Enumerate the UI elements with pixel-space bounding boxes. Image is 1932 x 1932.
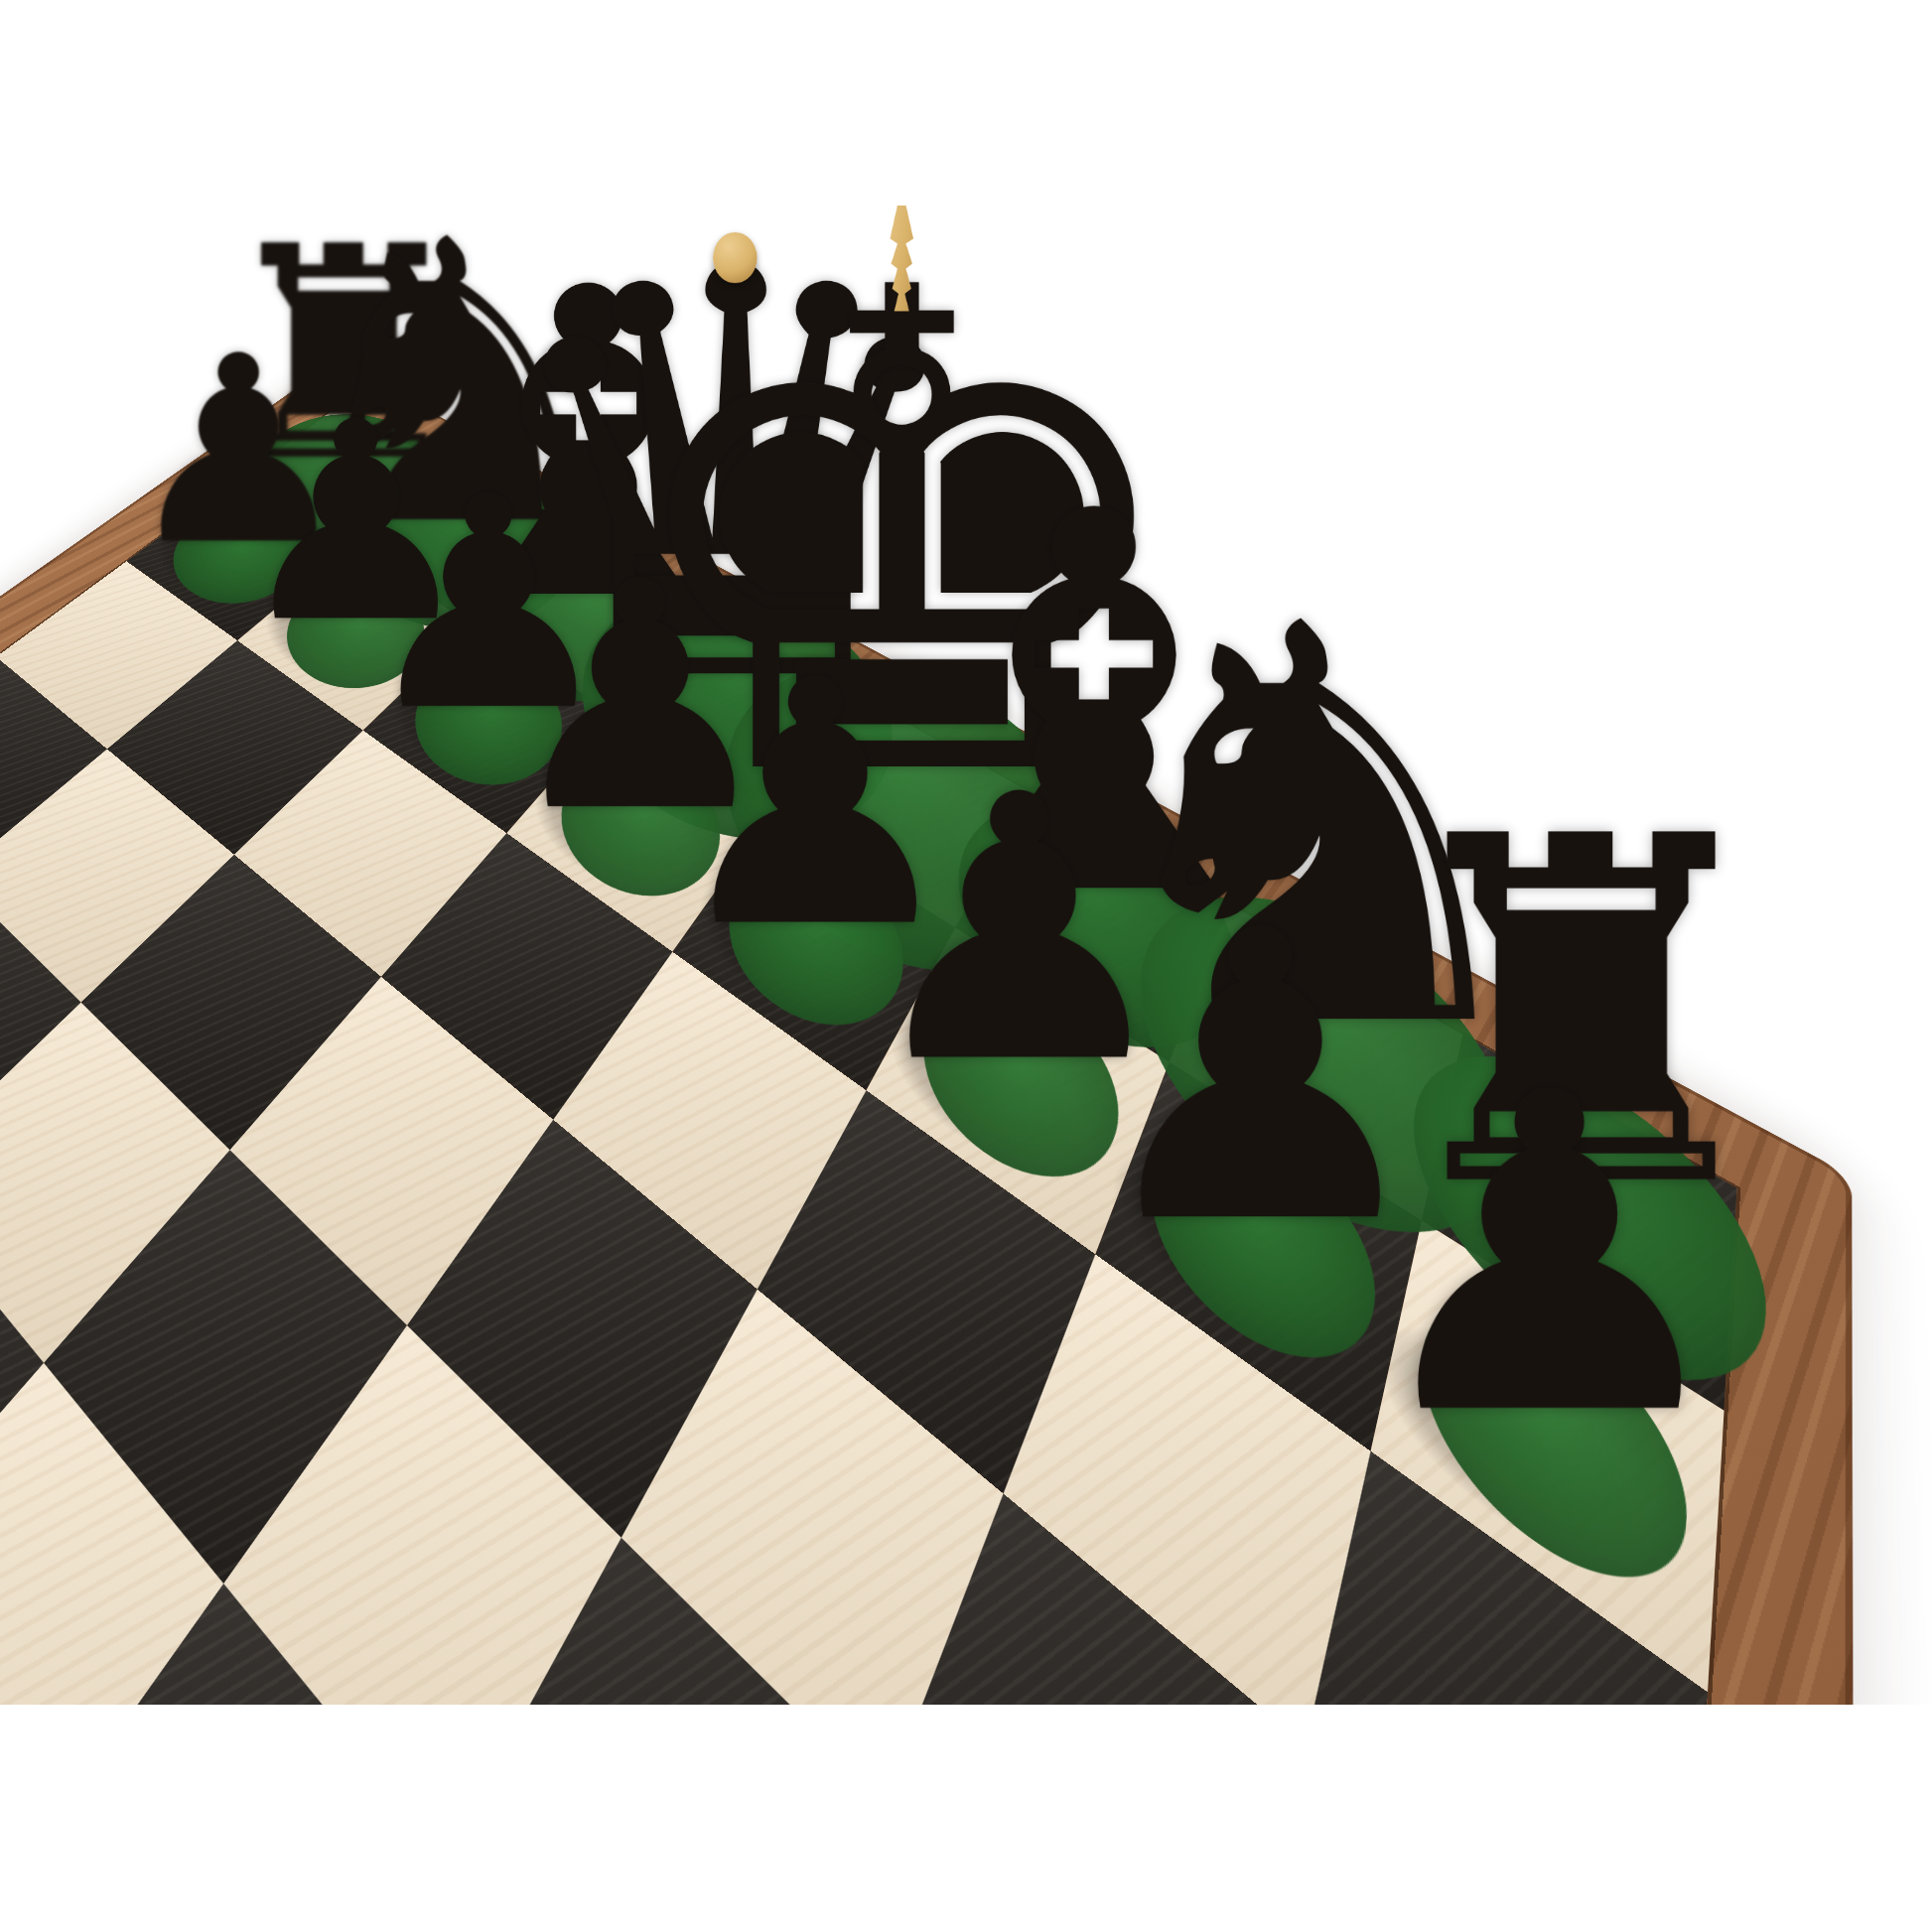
bottom-white-crop (0, 1705, 1932, 1932)
product-photo: ♜♞♝♛♚♝♞♜♟♟♟♟♟♟♟♟ (0, 0, 1932, 1932)
playing-area: ♜♞♝♛♚♝♞♜♟♟♟♟♟♟♟♟ (0, 405, 1737, 1932)
chess-board: ♜♞♝♛♚♝♞♜♟♟♟♟♟♟♟♟ (0, 360, 1899, 1932)
square-c4 (0, 1003, 230, 1363)
board-scene: ♜♞♝♛♚♝♞♜♟♟♟♟♟♟♟♟ (0, 35, 1698, 1932)
black-pawn-glyph: ♟ (1352, 1035, 1745, 1474)
king-boxwood-spire-finial (875, 186, 927, 311)
